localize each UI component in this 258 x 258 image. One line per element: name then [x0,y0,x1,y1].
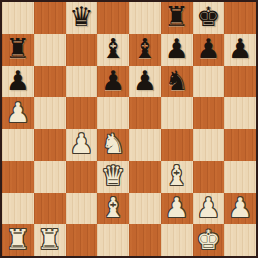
square-d6[interactable]: ♟ [97,66,129,98]
white-rook: ♜ [38,226,62,253]
square-g4[interactable] [193,129,225,161]
square-c3[interactable] [66,161,98,193]
white-pawn: ♟ [165,194,189,221]
square-c5[interactable] [66,97,98,129]
square-b6[interactable] [34,66,66,98]
square-a1[interactable]: ♜ [2,224,34,256]
black-rook: ♜ [6,35,30,62]
square-c7[interactable] [66,34,98,66]
square-b4[interactable] [34,129,66,161]
square-a2[interactable] [2,193,34,225]
square-d8[interactable] [97,2,129,34]
white-pawn: ♟ [196,194,220,221]
white-rook: ♜ [6,226,30,253]
black-bishop: ♝ [101,35,125,62]
square-b2[interactable] [34,193,66,225]
square-g3[interactable] [193,161,225,193]
square-d2[interactable]: ♝ [97,193,129,225]
square-h3[interactable] [224,161,256,193]
white-knight: ♞ [101,130,125,157]
white-pawn: ♟ [6,99,30,126]
black-pawn: ♟ [101,67,125,94]
square-c2[interactable] [66,193,98,225]
black-rook: ♜ [165,3,189,30]
square-h5[interactable] [224,97,256,129]
square-b8[interactable] [34,2,66,34]
black-pawn: ♟ [228,35,252,62]
square-b7[interactable] [34,34,66,66]
square-b3[interactable] [34,161,66,193]
black-queen: ♛ [69,3,93,30]
white-queen: ♛ [101,162,125,189]
square-a8[interactable] [2,2,34,34]
square-e7[interactable]: ♝ [129,34,161,66]
square-e1[interactable] [129,224,161,256]
black-knight: ♞ [165,67,189,94]
square-f2[interactable]: ♟ [161,193,193,225]
square-f7[interactable]: ♟ [161,34,193,66]
black-pawn: ♟ [133,67,157,94]
square-e2[interactable] [129,193,161,225]
square-h1[interactable] [224,224,256,256]
square-a7[interactable]: ♜ [2,34,34,66]
square-a4[interactable] [2,129,34,161]
chess-board: ♛♜♚♜♝♝♟♟♟♟♟♟♞♟♟♞♛♝♝♟♟♟♜♜♚ [2,2,256,256]
square-h8[interactable] [224,2,256,34]
square-h2[interactable]: ♟ [224,193,256,225]
square-g5[interactable] [193,97,225,129]
square-d4[interactable]: ♞ [97,129,129,161]
square-a3[interactable] [2,161,34,193]
square-a5[interactable]: ♟ [2,97,34,129]
square-h7[interactable]: ♟ [224,34,256,66]
square-g1[interactable]: ♚ [193,224,225,256]
black-king: ♚ [196,3,220,30]
square-b5[interactable] [34,97,66,129]
square-f8[interactable]: ♜ [161,2,193,34]
square-c4[interactable]: ♟ [66,129,98,161]
square-g8[interactable]: ♚ [193,2,225,34]
white-bishop: ♝ [165,162,189,189]
square-g2[interactable]: ♟ [193,193,225,225]
square-e4[interactable] [129,129,161,161]
square-h6[interactable] [224,66,256,98]
square-a6[interactable]: ♟ [2,66,34,98]
square-d1[interactable] [97,224,129,256]
square-h4[interactable] [224,129,256,161]
black-bishop: ♝ [133,35,157,62]
white-pawn: ♟ [228,194,252,221]
square-e8[interactable] [129,2,161,34]
square-f3[interactable]: ♝ [161,161,193,193]
white-pawn: ♟ [69,130,93,157]
black-pawn: ♟ [196,35,220,62]
white-bishop: ♝ [101,194,125,221]
black-pawn: ♟ [165,35,189,62]
square-g7[interactable]: ♟ [193,34,225,66]
chess-board-frame: ♛♜♚♜♝♝♟♟♟♟♟♟♞♟♟♞♛♝♝♟♟♟♜♜♚ [0,0,258,258]
square-e3[interactable] [129,161,161,193]
square-c6[interactable] [66,66,98,98]
white-king: ♚ [196,226,220,253]
square-e6[interactable]: ♟ [129,66,161,98]
square-e5[interactable] [129,97,161,129]
square-c1[interactable] [66,224,98,256]
square-f6[interactable]: ♞ [161,66,193,98]
square-d5[interactable] [97,97,129,129]
square-d3[interactable]: ♛ [97,161,129,193]
square-d7[interactable]: ♝ [97,34,129,66]
square-g6[interactable] [193,66,225,98]
square-c8[interactable]: ♛ [66,2,98,34]
square-b1[interactable]: ♜ [34,224,66,256]
black-pawn: ♟ [6,67,30,94]
square-f5[interactable] [161,97,193,129]
square-f4[interactable] [161,129,193,161]
square-f1[interactable] [161,224,193,256]
